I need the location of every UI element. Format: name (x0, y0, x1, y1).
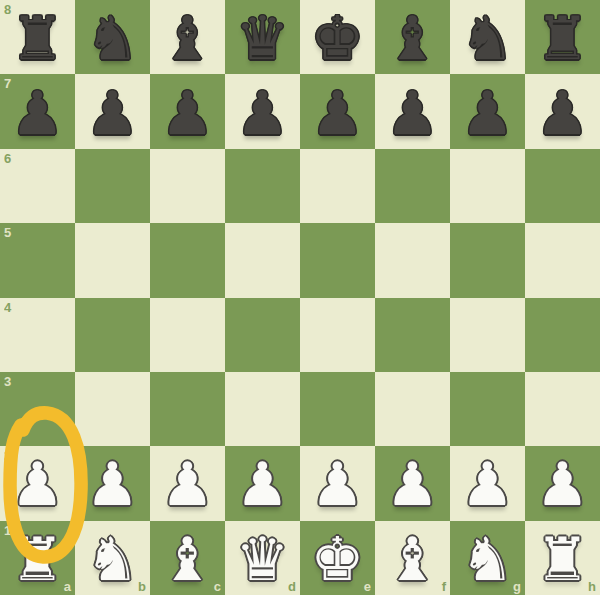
square-e1[interactable]: e♚ (300, 521, 375, 595)
piece-white-bishop[interactable]: ♝ (386, 529, 440, 589)
square-b2[interactable]: ♟ (75, 446, 150, 520)
square-e4[interactable] (300, 298, 375, 372)
piece-white-pawn[interactable]: ♟ (536, 454, 590, 514)
rank-label-2: 2 (4, 449, 11, 462)
piece-white-pawn[interactable]: ♟ (461, 454, 515, 514)
square-d3[interactable] (225, 372, 300, 446)
rank-label-1: 1 (4, 524, 11, 537)
piece-black-bishop[interactable]: ♝ (161, 8, 215, 68)
square-g6[interactable] (450, 149, 525, 223)
square-h3[interactable] (525, 372, 600, 446)
square-h4[interactable] (525, 298, 600, 372)
square-d5[interactable] (225, 223, 300, 297)
square-b3[interactable] (75, 372, 150, 446)
piece-white-bishop[interactable]: ♝ (161, 529, 215, 589)
piece-black-pawn[interactable]: ♟ (236, 83, 290, 143)
square-g7[interactable]: ♟ (450, 74, 525, 148)
square-b6[interactable] (75, 149, 150, 223)
square-a4[interactable]: 4 (0, 298, 75, 372)
piece-black-pawn[interactable]: ♟ (461, 83, 515, 143)
rank-label-3: 3 (4, 375, 11, 388)
square-g1[interactable]: g♞ (450, 521, 525, 595)
file-label-a: a (64, 580, 71, 593)
square-e7[interactable]: ♟ (300, 74, 375, 148)
rank-label-5: 5 (4, 226, 11, 239)
file-label-b: b (138, 580, 146, 593)
square-e3[interactable] (300, 372, 375, 446)
piece-white-pawn[interactable]: ♟ (86, 454, 140, 514)
square-a8[interactable]: 8♜ (0, 0, 75, 74)
square-c1[interactable]: c♝ (150, 521, 225, 595)
piece-black-knight[interactable]: ♞ (86, 8, 140, 68)
square-f8[interactable]: ♝ (375, 0, 450, 74)
file-label-e: e (364, 580, 371, 593)
square-f5[interactable] (375, 223, 450, 297)
square-a5[interactable]: 5 (0, 223, 75, 297)
square-e2[interactable]: ♟ (300, 446, 375, 520)
file-label-g: g (513, 580, 521, 593)
piece-white-knight[interactable]: ♞ (461, 529, 515, 589)
piece-black-king[interactable]: ♚ (311, 8, 365, 68)
square-d2[interactable]: ♟ (225, 446, 300, 520)
square-c8[interactable]: ♝ (150, 0, 225, 74)
square-f3[interactable] (375, 372, 450, 446)
square-d6[interactable] (225, 149, 300, 223)
board-grid: 8♜♞♝♛♚♝♞♜7♟♟♟♟♟♟♟♟65432♟♟♟♟♟♟♟♟1a♜b♞c♝d♛… (0, 0, 600, 595)
square-d4[interactable] (225, 298, 300, 372)
piece-black-pawn[interactable]: ♟ (536, 83, 590, 143)
piece-black-pawn[interactable]: ♟ (386, 83, 440, 143)
square-h8[interactable]: ♜ (525, 0, 600, 74)
square-c4[interactable] (150, 298, 225, 372)
square-c7[interactable]: ♟ (150, 74, 225, 148)
square-b8[interactable]: ♞ (75, 0, 150, 74)
piece-black-pawn[interactable]: ♟ (311, 83, 365, 143)
square-f7[interactable]: ♟ (375, 74, 450, 148)
rank-label-8: 8 (4, 3, 11, 16)
square-h2[interactable]: ♟ (525, 446, 600, 520)
square-b7[interactable]: ♟ (75, 74, 150, 148)
file-label-h: h (588, 580, 596, 593)
piece-white-pawn[interactable]: ♟ (161, 454, 215, 514)
piece-black-queen[interactable]: ♛ (236, 8, 290, 68)
square-h1[interactable]: h♜ (525, 521, 600, 595)
file-label-c: c (214, 580, 221, 593)
piece-white-pawn[interactable]: ♟ (386, 454, 440, 514)
square-c6[interactable] (150, 149, 225, 223)
square-g5[interactable] (450, 223, 525, 297)
piece-black-rook[interactable]: ♜ (536, 8, 590, 68)
piece-black-pawn[interactable]: ♟ (86, 83, 140, 143)
file-label-d: d (288, 580, 296, 593)
piece-black-pawn[interactable]: ♟ (11, 83, 65, 143)
piece-black-rook[interactable]: ♜ (11, 8, 65, 68)
piece-white-rook[interactable]: ♜ (536, 529, 590, 589)
piece-white-king[interactable]: ♚ (311, 529, 365, 589)
square-a6[interactable]: 6 (0, 149, 75, 223)
piece-white-queen[interactable]: ♛ (236, 529, 290, 589)
square-g2[interactable]: ♟ (450, 446, 525, 520)
square-a3[interactable]: 3 (0, 372, 75, 446)
rank-label-6: 6 (4, 152, 11, 165)
square-b5[interactable] (75, 223, 150, 297)
square-e6[interactable] (300, 149, 375, 223)
square-a2[interactable]: 2♟ (0, 446, 75, 520)
piece-white-rook[interactable]: ♜ (11, 529, 65, 589)
file-label-f: f (442, 580, 446, 593)
square-g4[interactable] (450, 298, 525, 372)
square-a1[interactable]: 1a♜ (0, 521, 75, 595)
piece-black-knight[interactable]: ♞ (461, 8, 515, 68)
square-d8[interactable]: ♛ (225, 0, 300, 74)
square-d1[interactable]: d♛ (225, 521, 300, 595)
piece-white-knight[interactable]: ♞ (86, 529, 140, 589)
square-f2[interactable]: ♟ (375, 446, 450, 520)
square-c3[interactable] (150, 372, 225, 446)
square-c5[interactable] (150, 223, 225, 297)
square-h7[interactable]: ♟ (525, 74, 600, 148)
chessboard: 8♜♞♝♛♚♝♞♜7♟♟♟♟♟♟♟♟65432♟♟♟♟♟♟♟♟1a♜b♞c♝d♛… (0, 0, 600, 595)
square-f1[interactable]: f♝ (375, 521, 450, 595)
rank-label-7: 7 (4, 77, 11, 90)
square-a7[interactable]: 7♟ (0, 74, 75, 148)
piece-white-pawn[interactable]: ♟ (311, 454, 365, 514)
square-g3[interactable] (450, 372, 525, 446)
piece-white-pawn[interactable]: ♟ (236, 454, 290, 514)
piece-black-bishop[interactable]: ♝ (386, 8, 440, 68)
piece-black-pawn[interactable]: ♟ (161, 83, 215, 143)
square-f6[interactable] (375, 149, 450, 223)
square-e5[interactable] (300, 223, 375, 297)
rank-label-4: 4 (4, 301, 11, 314)
piece-white-pawn[interactable]: ♟ (11, 454, 65, 514)
square-b1[interactable]: b♞ (75, 521, 150, 595)
square-g8[interactable]: ♞ (450, 0, 525, 74)
square-e8[interactable]: ♚ (300, 0, 375, 74)
square-h6[interactable] (525, 149, 600, 223)
square-f4[interactable] (375, 298, 450, 372)
square-b4[interactable] (75, 298, 150, 372)
square-c2[interactable]: ♟ (150, 446, 225, 520)
square-h5[interactable] (525, 223, 600, 297)
square-d7[interactable]: ♟ (225, 74, 300, 148)
